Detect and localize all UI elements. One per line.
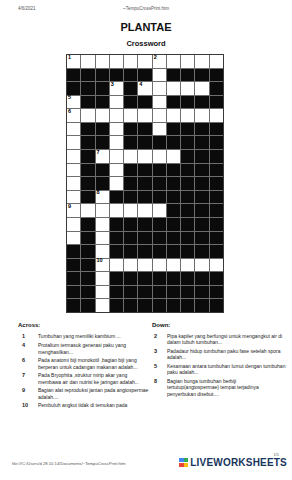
answer-cell[interactable] [138,109,151,122]
black-cell [210,204,223,217]
black-cell [167,286,180,299]
black-cell [153,136,166,149]
answer-cell[interactable] [67,177,80,190]
black-cell [124,299,137,312]
black-cell [124,69,137,82]
answer-cell[interactable] [110,55,123,68]
answer-cell[interactable] [167,259,180,272]
answer-cell[interactable]: 10 [96,259,109,272]
black-cell [124,177,137,190]
black-cell [181,177,194,190]
black-cell [167,177,180,190]
black-cell [210,177,223,190]
answer-cell[interactable] [195,55,208,68]
black-cell [210,136,223,149]
answer-cell[interactable] [110,164,123,177]
liveworksheets-logo-text: LIVEWORKSHEETS [190,457,287,468]
answer-cell[interactable] [153,96,166,109]
black-cell [67,259,80,272]
black-cell [124,272,137,285]
black-cell [138,299,151,312]
black-cell [81,232,94,245]
black-cell [195,136,208,149]
clue-number: 6 [68,109,71,115]
black-cell [195,164,208,177]
clue-item: 4Protalium termasuk generasi paku yang m… [18,342,150,355]
black-cell [153,218,166,231]
black-cell [124,232,137,245]
answer-cell[interactable] [67,191,80,204]
answer-cell[interactable]: 3 [110,82,123,95]
black-cell [210,82,223,95]
black-cell [96,96,109,109]
black-cell [181,69,194,82]
black-cell [138,136,151,149]
answer-cell[interactable] [96,232,109,245]
clue-item-text: Pada anatomi biji monokotil ,bagian biji… [38,357,150,370]
black-cell [195,177,208,190]
answer-cell[interactable]: 6 [67,109,80,122]
answer-cell[interactable] [138,259,151,272]
black-cell [110,245,123,258]
across-clues-column: Across: 1Tumbuhan yang memiliki kambium … [18,322,150,412]
black-cell [210,123,223,136]
black-cell [96,69,109,82]
black-cell [124,164,137,177]
black-cell [167,191,180,204]
answer-cell[interactable] [67,218,80,231]
logo-tile [179,463,183,467]
answer-cell[interactable] [195,82,208,95]
black-cell [96,136,109,149]
answer-cell[interactable] [96,109,109,122]
answer-cell[interactable] [96,245,109,258]
clue-item: 5Kesamaan antara tumbuhan lumut dengan t… [152,363,288,376]
black-cell [181,218,194,231]
clue-number: 7 [97,150,100,156]
clue-item: 8Bagian bunga tumbuhan berbiji tertutup(… [152,378,288,397]
answer-cell[interactable] [153,259,166,272]
black-cell [67,272,80,285]
answer-cell[interactable] [67,136,80,149]
clue-item-text: Padadaur hidup tumbuhan paku fase setela… [167,348,288,361]
black-cell [153,232,166,245]
black-cell [110,232,123,245]
black-cell [138,245,151,258]
clue-item: 7Pada Bryophita ,struktur mirip akar yan… [18,372,150,385]
print-filename: ~TempuCrossPrint.htm [0,6,292,11]
black-cell [124,218,137,231]
answer-cell[interactable]: 4 [138,82,151,95]
black-cell [167,69,180,82]
answer-cell[interactable] [96,204,109,217]
black-cell [81,136,94,149]
clue-number: 2 [154,55,157,61]
black-cell [210,299,223,312]
black-cell [110,272,123,285]
black-cell [124,245,137,258]
clue-item-text: Pipa kapiler yang berfungsi untuk mengan… [167,333,288,346]
black-cell [67,82,80,95]
clue-item-number: 10 [18,402,38,409]
black-cell [110,191,123,204]
black-cell [96,123,109,136]
answer-cell[interactable] [96,286,109,299]
answer-cell[interactable] [210,55,223,68]
down-clues-column: Down: 2Pipa kapiler yang berfungsi untuk… [152,322,288,412]
clue-item-number: 6 [18,357,38,370]
black-cell [81,299,94,312]
answer-cell[interactable] [124,204,137,217]
black-cell [138,96,151,109]
black-cell [81,177,94,190]
answer-cell[interactable] [67,150,80,163]
clue-item-text: Pada Bryophita ,struktur mirip akar yang… [38,372,150,385]
clue-item-number: 9 [18,387,38,400]
answer-cell[interactable] [81,204,94,217]
answer-cell[interactable]: 8 [96,191,109,204]
answer-cell[interactable] [110,177,123,190]
answer-cell[interactable] [110,204,123,217]
black-cell [195,150,208,163]
answer-cell[interactable]: 5 [67,96,80,109]
clue-item: 1Tumbuhan yang memiliki kambium ... [18,333,150,340]
answer-cell[interactable] [153,82,166,95]
black-cell [181,164,194,177]
black-cell [210,218,223,231]
logo-tile [184,463,188,467]
black-cell [195,245,208,258]
black-cell [81,259,94,272]
clue-item-text: Bagian alat reproduksi jantan pada angio… [38,387,150,400]
answer-cell[interactable] [138,204,151,217]
clue-item-text: Kesamaan antara tumbuhan lumut dengan tu… [167,363,288,376]
black-cell [167,232,180,245]
answer-cell[interactable] [167,55,180,68]
logo-tile [184,458,188,462]
clue-number: 3 [111,82,114,88]
answer-cell[interactable] [110,109,123,122]
black-cell [96,164,109,177]
black-cell [210,96,223,109]
answer-cell[interactable] [96,55,109,68]
black-cell [110,286,123,299]
black-cell [167,136,180,149]
black-cell [210,245,223,258]
black-cell [124,136,137,149]
black-cell [96,82,109,95]
crossword-grid: 12345678910 [66,54,224,313]
clue-item: 6Pada anatomi biji monokotil ,bagian bij… [18,357,150,370]
black-cell [81,150,94,163]
black-cell [167,123,180,136]
answer-cell[interactable] [67,164,80,177]
answer-cell[interactable] [67,232,80,245]
clue-item: 3Padadaur hidup tumbuhan paku fase setel… [152,348,288,361]
black-cell [124,286,137,299]
black-cell [210,191,223,204]
answer-cell[interactable] [110,136,123,149]
black-cell [138,272,151,285]
answer-cell[interactable] [124,109,137,122]
black-cell [210,150,223,163]
down-clue-list: 2Pipa kapiler yang berfungsi untuk menga… [152,333,288,397]
answer-cell[interactable] [181,259,194,272]
black-cell [138,232,151,245]
page-title: PLANTAE [0,21,292,33]
across-clue-list: 1Tumbuhan yang memiliki kambium ...4Prot… [18,333,150,409]
clue-item-text: Tumbuhan yang memiliki kambium ... [38,333,150,340]
black-cell [110,69,123,82]
black-cell [81,82,94,95]
answer-cell[interactable] [110,123,123,136]
black-cell [195,123,208,136]
black-cell [81,164,94,177]
black-cell [181,272,194,285]
black-cell [181,96,194,109]
black-cell [181,299,194,312]
answer-cell[interactable] [181,82,194,95]
black-cell [124,191,137,204]
black-cell [195,69,208,82]
answer-cell[interactable] [210,259,223,272]
answer-cell[interactable] [210,109,223,122]
black-cell [210,272,223,285]
answer-cell[interactable] [181,109,194,122]
answer-cell[interactable] [81,109,94,122]
black-cell [167,204,180,217]
answer-cell[interactable]: 7 [96,150,109,163]
clue-item-number: 1 [18,333,38,340]
clue-item-number: 7 [18,372,38,385]
answer-cell[interactable] [124,55,137,68]
black-cell [167,96,180,109]
black-cell [138,123,151,136]
black-cell [210,164,223,177]
black-cell [153,177,166,190]
clue-item-number: 5 [152,363,167,376]
clue-item-text: Pembuluh angkut tidak di temukan pada [38,402,150,409]
black-cell [181,150,194,163]
black-cell [67,69,80,82]
black-cell [138,191,151,204]
black-cell [210,69,223,82]
black-cell [138,218,151,231]
black-cell [124,123,137,136]
black-cell [167,299,180,312]
black-cell [181,245,194,258]
black-cell [81,245,94,258]
black-cell [210,286,223,299]
black-cell [153,286,166,299]
footer-file-path: file:///C:/Users/d 28.10.14/Documents/~T… [12,461,125,466]
page-subtitle: Crossword [0,39,292,48]
across-label: Across: [18,322,150,328]
answer-cell[interactable] [81,55,94,68]
answer-cell[interactable] [110,259,123,272]
down-label: Down: [152,322,288,328]
black-cell [167,164,180,177]
clue-item-number: 2 [152,333,167,346]
answer-cell[interactable] [138,55,151,68]
black-cell [124,82,137,95]
clue-item-text: Protalium termasuk generasi paku yang me… [38,342,150,355]
black-cell [195,191,208,204]
liveworksheets-logo-icon [179,458,188,467]
black-cell [153,299,166,312]
clues-section: Across: 1Tumbuhan yang memiliki kambium … [18,322,288,412]
clue-item: 9Bagian alat reproduksi jantan pada angi… [18,387,150,400]
answer-cell[interactable] [167,82,180,95]
black-cell [153,245,166,258]
clue-number: 1 [68,55,71,61]
black-cell [67,299,80,312]
black-cell [195,272,208,285]
answer-cell[interactable] [96,218,109,231]
black-cell [181,286,194,299]
black-cell [195,286,208,299]
black-cell [195,299,208,312]
clue-number: 5 [68,95,71,101]
black-cell [181,191,194,204]
black-cell [167,245,180,258]
black-cell [81,272,94,285]
black-cell [167,272,180,285]
answer-cell[interactable]: 2 [153,55,166,68]
black-cell [181,136,194,149]
answer-cell[interactable] [153,69,166,82]
clue-item-text: Bagian bunga tumbuhan berbiji tertutup(a… [167,378,288,397]
clue-number: 8 [97,190,100,196]
black-cell [81,218,94,231]
black-cell [195,218,208,231]
answer-cell[interactable] [167,109,180,122]
black-cell [167,218,180,231]
answer-cell[interactable] [167,150,180,163]
answer-cell[interactable] [96,299,109,312]
black-cell [138,177,151,190]
black-cell [81,286,94,299]
black-cell [181,123,194,136]
answer-cell[interactable]: 9 [67,204,80,217]
black-cell [96,177,109,190]
black-cell [195,204,208,217]
black-cell [181,204,194,217]
answer-cell[interactable] [181,55,194,68]
black-cell [181,232,194,245]
logo-tile [179,458,183,462]
black-cell [67,245,80,258]
black-cell [110,299,123,312]
black-cell [81,123,94,136]
answer-cell[interactable] [110,96,123,109]
clue-item-number: 4 [18,342,38,355]
black-cell [195,96,208,109]
answer-cell[interactable] [124,150,137,163]
clue-item: 2Pipa kapiler yang berfungsi untuk menga… [152,333,288,346]
black-cell [81,191,94,204]
answer-cell[interactable] [138,150,151,163]
answer-cell[interactable] [67,123,80,136]
black-cell [138,69,151,82]
clue-number: 9 [68,204,71,210]
black-cell [153,191,166,204]
answer-cell[interactable] [153,123,166,136]
black-cell [138,286,151,299]
answer-cell[interactable] [124,259,137,272]
black-cell [124,96,137,109]
crossword-print-page: { "game": "crossword", "position": [ "..… [0,0,292,480]
black-cell [153,272,166,285]
black-cell [67,286,80,299]
black-cell [81,96,94,109]
black-cell [153,164,166,177]
black-cell [110,218,123,231]
black-cell [210,232,223,245]
black-cell [138,164,151,177]
answer-cell[interactable] [153,204,166,217]
answer-cell[interactable] [96,272,109,285]
clue-item-number: 3 [152,348,167,361]
clue-item: 10Pembuluh angkut tidak di temukan pada [18,402,150,409]
answer-cell[interactable]: 1 [67,55,80,68]
answer-cell[interactable] [195,109,208,122]
liveworksheets-brand: LIVEWORKSHEETS [179,457,287,468]
answer-cell[interactable] [195,259,208,272]
clue-number: 4 [139,82,142,88]
black-cell [195,232,208,245]
clue-number: 10 [97,258,103,264]
clue-item-number: 8 [152,378,167,397]
answer-cell[interactable] [153,150,166,163]
answer-cell[interactable] [153,109,166,122]
answer-cell[interactable] [110,150,123,163]
black-cell [81,69,94,82]
